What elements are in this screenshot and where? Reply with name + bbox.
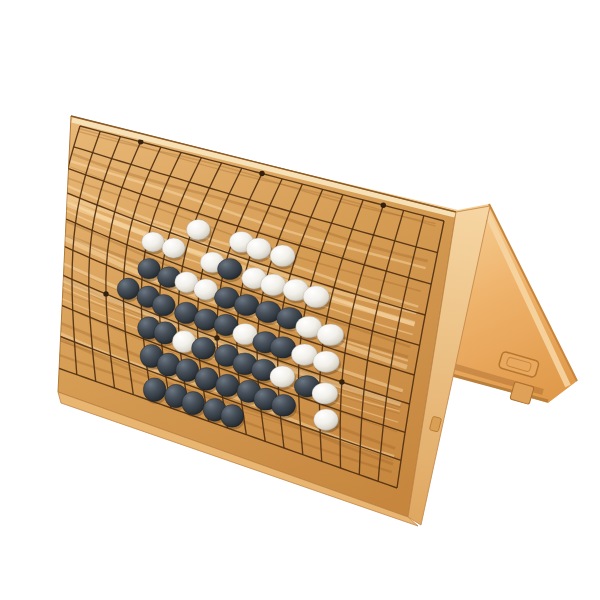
white-stone-body	[142, 232, 165, 252]
star-point	[381, 203, 386, 208]
white-stone-body	[270, 366, 295, 388]
black-stone-body	[138, 258, 160, 279]
star-point	[259, 171, 264, 176]
white-stone-body	[246, 238, 271, 260]
star-point	[339, 379, 344, 384]
white-stone-body	[270, 245, 295, 267]
black-stone-body	[221, 405, 244, 428]
black-stone-body	[182, 392, 205, 415]
white-stone-body	[187, 219, 211, 240]
black-stone-body	[234, 294, 259, 315]
black-stone-body	[117, 278, 139, 299]
white-stone-body	[317, 324, 344, 346]
go-board-photo-svg	[0, 0, 600, 600]
white-stone-body	[312, 383, 338, 404]
black-stone-body	[271, 394, 295, 416]
white-stone-body	[261, 274, 286, 296]
black-stone-body	[216, 374, 239, 396]
black-stone-body	[152, 294, 175, 315]
white-stone-body	[162, 238, 185, 258]
white-stone-body	[313, 351, 339, 373]
white-stone-body	[194, 279, 218, 300]
star-point	[214, 335, 219, 340]
black-stone-body	[195, 368, 218, 391]
product-photo-go-board	[0, 0, 600, 600]
white-stone-body	[314, 409, 339, 430]
star-point	[103, 291, 108, 296]
black-stone-body	[143, 378, 166, 402]
black-stone-body	[218, 259, 242, 280]
black-stone-body	[192, 337, 216, 359]
white-stone-body	[303, 286, 329, 308]
